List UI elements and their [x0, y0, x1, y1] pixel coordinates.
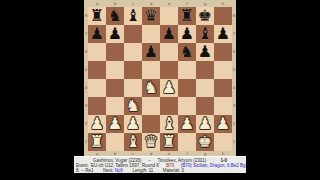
white-pawn: ♟ [198, 115, 212, 133]
coord-label-g: g [196, 2, 214, 6]
coord-label-a: a [88, 2, 106, 6]
square-c3[interactable]: ♞ [124, 97, 142, 115]
square-e1[interactable]: ♜ [160, 133, 178, 151]
square-a7[interactable]: ♟ [88, 25, 106, 43]
game-info-bar: Gashimov, Vugar (2236) -- Timofeev, Arty… [74, 156, 246, 173]
square-b5[interactable] [106, 61, 124, 79]
square-d8[interactable]: ♛ [142, 7, 160, 25]
black-player-rating: (2301) [193, 158, 206, 163]
square-e6[interactable] [160, 43, 178, 61]
material-value: 0 [181, 168, 184, 173]
length-label: Length: [132, 168, 147, 173]
white-knight: ♞ [126, 97, 140, 115]
square-e3[interactable] [160, 97, 178, 115]
white-pawn: ♟ [90, 115, 104, 133]
square-b4[interactable] [106, 79, 124, 97]
coord-label-d: d [142, 152, 160, 156]
square-d2[interactable] [142, 115, 160, 133]
letterbox-left [0, 0, 84, 180]
coord-label-c: c [124, 152, 142, 156]
coord-label-5: 5 [232, 61, 236, 79]
white-king: ♚ [198, 133, 212, 151]
square-g5[interactable] [196, 61, 214, 79]
square-h8[interactable] [214, 7, 232, 25]
square-g3[interactable] [196, 97, 214, 115]
white-player-rating: (2236) [128, 158, 141, 163]
square-f5[interactable] [178, 61, 196, 79]
coord-label-b: b [106, 2, 124, 6]
square-e4[interactable]: ♟ [160, 79, 178, 97]
black-bishop: ♝ [198, 25, 212, 43]
opening-name: (B70) Sicilian, Dragon, 6.Be2 Bg7 7.O-O … [181, 163, 246, 168]
next-label: Next: [103, 168, 114, 173]
white-queen: ♛ [144, 133, 158, 151]
white-pawn: ♟ [216, 115, 230, 133]
square-g7[interactable]: ♝ [196, 25, 214, 43]
event-name: 'EU-ch U12, Tallinn 1997, Round 6' [90, 163, 160, 168]
chess-board: abcdefgh 87654321 ♜♞♝♛♜♚♟♟♟♟♝♟♟♞♟♞♟♞♟♟♟♝… [84, 0, 236, 156]
letterbox-right [236, 0, 320, 180]
black-pawn: ♟ [144, 43, 158, 61]
black-rook: ♜ [90, 7, 104, 25]
players-separator: -- [148, 158, 151, 163]
square-a8[interactable]: ♜ [88, 7, 106, 25]
black-bishop: ♝ [126, 7, 140, 25]
coord-label-a: a [88, 152, 106, 156]
square-a6[interactable] [88, 43, 106, 61]
square-f8[interactable]: ♜ [178, 7, 196, 25]
coord-label-b: b [106, 152, 124, 156]
black-rook: ♜ [180, 7, 194, 25]
white-knight: ♞ [144, 79, 158, 97]
square-d3[interactable] [142, 97, 160, 115]
coord-label-e: e [160, 2, 178, 6]
square-b3[interactable] [106, 97, 124, 115]
coord-label-h: h [214, 152, 232, 156]
black-pawn: ♟ [198, 43, 212, 61]
black-player-name: Timofeev, Artyom [157, 158, 192, 163]
square-g4[interactable] [196, 79, 214, 97]
current-move: 8. -- Re1 [76, 168, 94, 173]
square-a5[interactable] [88, 61, 106, 79]
black-pawn: ♟ [90, 25, 104, 43]
result-separator: ; [213, 158, 214, 163]
coord-label-3: 3 [232, 97, 236, 115]
square-h1[interactable] [214, 133, 232, 151]
event-label: Event: [76, 163, 89, 168]
coord-label-2: 2 [232, 115, 236, 133]
coord-label-f: f [178, 2, 196, 6]
square-g8[interactable]: ♚ [196, 7, 214, 25]
coord-label-d: d [142, 2, 160, 6]
black-queen: ♛ [144, 7, 158, 25]
coord-label-8: 8 [232, 7, 236, 25]
square-e5[interactable] [160, 61, 178, 79]
square-c6[interactable] [124, 43, 142, 61]
square-d6[interactable]: ♟ [142, 43, 160, 61]
square-f1[interactable] [178, 133, 196, 151]
black-knight: ♞ [108, 7, 122, 25]
white-pawn: ♟ [126, 115, 140, 133]
game-result: 1-0 [221, 158, 228, 163]
coord-label-6: 6 [232, 43, 236, 61]
white-player-name: Gashimov, Vugar [93, 158, 127, 163]
square-h3[interactable] [214, 97, 232, 115]
square-f7[interactable]: ♟ [178, 25, 196, 43]
status-line: 8. -- Re1 Next: Nc6 Length: 11 Material:… [74, 168, 246, 173]
square-f3[interactable] [178, 97, 196, 115]
square-c5[interactable] [124, 61, 142, 79]
square-a2[interactable]: ♟ [88, 115, 106, 133]
square-f6[interactable]: ♞ [178, 43, 196, 61]
coord-label-7: 7 [232, 25, 236, 43]
square-a3[interactable] [88, 97, 106, 115]
square-c2[interactable]: ♟ [124, 115, 142, 133]
coord-label-c: c [124, 2, 142, 6]
square-h2[interactable]: ♟ [214, 115, 232, 133]
square-g2[interactable]: ♟ [196, 115, 214, 133]
coord-label-4: 4 [232, 79, 236, 97]
coord-label-g: g [196, 152, 214, 156]
white-rook: ♜ [90, 133, 104, 151]
black-knight: ♞ [180, 43, 194, 61]
coord-label-h: h [214, 2, 232, 6]
square-d7[interactable] [142, 25, 160, 43]
square-g1[interactable]: ♚ [196, 133, 214, 151]
square-b2[interactable]: ♟ [106, 115, 124, 133]
square-e2[interactable]: ♝ [160, 115, 178, 133]
square-e8[interactable] [160, 7, 178, 25]
square-a4[interactable] [88, 79, 106, 97]
black-pawn: ♟ [108, 25, 122, 43]
square-b1[interactable] [106, 133, 124, 151]
white-pawn: ♟ [162, 79, 176, 97]
square-a1[interactable]: ♜ [88, 133, 106, 151]
white-pawn: ♟ [180, 115, 194, 133]
coord-label-1: 1 [232, 133, 236, 151]
square-b6[interactable] [106, 43, 124, 61]
square-h5[interactable] [214, 61, 232, 79]
video-frame: abcdefgh 87654321 ♜♞♝♛♜♚♟♟♟♟♝♟♟♞♟♞♟♞♟♟♟♝… [0, 0, 320, 180]
square-c4[interactable] [124, 79, 142, 97]
coord-label-f: f [178, 152, 196, 156]
square-c7[interactable] [124, 25, 142, 43]
square-h7[interactable]: ♟ [214, 25, 232, 43]
square-c8[interactable]: ♝ [124, 7, 142, 25]
white-rook: ♜ [162, 133, 176, 151]
square-b7[interactable]: ♟ [106, 25, 124, 43]
square-d5[interactable] [142, 61, 160, 79]
length-value: 11 [149, 168, 154, 173]
square-h4[interactable] [214, 79, 232, 97]
black-pawn: ♟ [162, 25, 176, 43]
square-b8[interactable]: ♞ [106, 7, 124, 25]
black-pawn: ♟ [180, 25, 194, 43]
eco-code: B70 [166, 163, 174, 168]
rank-labels-right: 87654321 [232, 7, 236, 151]
black-king: ♚ [198, 7, 212, 25]
black-pawn: ♟ [216, 25, 230, 43]
white-pawn: ♟ [108, 115, 122, 133]
coord-label-e: e [160, 152, 178, 156]
square-d1[interactable]: ♛ [142, 133, 160, 151]
next-move: Nc6 [115, 168, 123, 173]
square-f2[interactable]: ♟ [178, 115, 196, 133]
material-label: Material: [163, 168, 180, 173]
square-f4[interactable] [178, 79, 196, 97]
white-bishop: ♝ [126, 133, 140, 151]
board-grid: ♜♞♝♛♜♚♟♟♟♟♝♟♟♞♟♞♟♞♟♟♟♝♟♟♟♜♝♛♜♚ [88, 7, 232, 151]
square-g6[interactable]: ♟ [196, 43, 214, 61]
square-e7[interactable]: ♟ [160, 25, 178, 43]
square-d4[interactable]: ♞ [142, 79, 160, 97]
white-bishop: ♝ [162, 115, 176, 133]
square-c1[interactable]: ♝ [124, 133, 142, 151]
square-h6[interactable] [214, 43, 232, 61]
